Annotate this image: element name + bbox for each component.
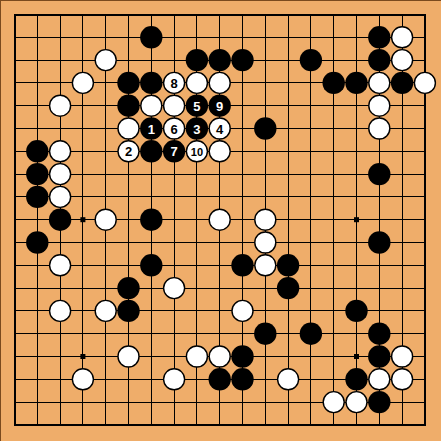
white-stone: [255, 209, 276, 230]
black-stone: [254, 117, 276, 139]
white-stone: [50, 300, 71, 321]
black-stone: [368, 391, 390, 413]
black-stone: [117, 300, 139, 322]
black-stone: [26, 231, 48, 253]
white-stone: [209, 141, 230, 162]
black-stone: [368, 231, 390, 253]
white-stone: [186, 346, 207, 367]
move-number: 3: [193, 122, 200, 137]
move-number: 10: [191, 146, 203, 158]
white-stone: [414, 72, 435, 93]
white-stone: [323, 392, 344, 413]
white-stone: [50, 95, 71, 116]
black-stone: [368, 26, 390, 48]
black-stone: [231, 254, 253, 276]
white-stone: [209, 72, 230, 93]
white-stone: [164, 369, 185, 390]
white-stone: [392, 50, 413, 71]
black-stone: [186, 49, 208, 71]
black-stone: [140, 140, 162, 162]
move-number: 8: [170, 76, 177, 91]
black-stone: [26, 163, 48, 185]
white-stone: [369, 95, 390, 116]
move-number: 9: [216, 99, 223, 114]
white-stone: [392, 27, 413, 48]
white-stone: [164, 278, 185, 299]
white-stone: [186, 72, 207, 93]
star-point: [80, 217, 85, 222]
go-board[interactable]: 12345678910: [0, 0, 441, 441]
black-stone: [140, 254, 162, 276]
move-number: 2: [125, 144, 132, 159]
white-stone: [278, 369, 299, 390]
black-stone: [368, 49, 390, 71]
black-stone: [391, 72, 413, 94]
black-stone: [209, 49, 231, 71]
white-stone: [118, 346, 139, 367]
white-stone: [50, 186, 71, 207]
star-point: [354, 354, 359, 359]
white-stone: [255, 232, 276, 253]
white-stone: [141, 95, 162, 116]
black-stone: [368, 323, 390, 345]
black-stone: [26, 186, 48, 208]
white-stone: [255, 255, 276, 276]
black-stone: [345, 300, 367, 322]
star-point: [354, 217, 359, 222]
black-stone: [117, 95, 139, 117]
white-stone: [95, 50, 116, 71]
black-stone: [231, 368, 253, 390]
white-stone: [369, 369, 390, 390]
black-stone: [368, 163, 390, 185]
black-stone: [277, 254, 299, 276]
white-stone: [232, 300, 253, 321]
black-stone: [231, 345, 253, 367]
black-stone: [140, 209, 162, 231]
white-stone: [209, 346, 230, 367]
white-stone: [50, 255, 71, 276]
move-number: 5: [193, 99, 200, 114]
white-stone: [72, 369, 93, 390]
white-stone: [209, 209, 230, 230]
black-stone: [231, 49, 253, 71]
black-stone: [140, 72, 162, 94]
move-number: 6: [170, 122, 177, 137]
white-stone: [369, 118, 390, 139]
move-number: 1: [148, 122, 155, 137]
black-stone: [300, 49, 322, 71]
black-stone: [26, 140, 48, 162]
white-stone: [369, 72, 390, 93]
white-stone: [50, 141, 71, 162]
white-stone: [72, 72, 93, 93]
white-stone: [392, 346, 413, 367]
white-stone: [95, 209, 116, 230]
black-stone: [209, 368, 231, 390]
move-number: 7: [170, 144, 177, 159]
white-stone: [50, 164, 71, 185]
white-stone: [164, 95, 185, 116]
black-stone: [49, 209, 71, 231]
black-stone: [323, 72, 345, 94]
black-stone: [140, 26, 162, 48]
black-stone: [254, 323, 276, 345]
black-stone: [368, 345, 390, 367]
white-stone: [346, 392, 367, 413]
move-number: 4: [216, 122, 224, 137]
white-stone: [118, 118, 139, 139]
black-stone: [345, 72, 367, 94]
white-stone: [392, 369, 413, 390]
black-stone: [277, 277, 299, 299]
go-board-grid[interactable]: 12345678910: [1, 1, 441, 441]
black-stone: [117, 72, 139, 94]
white-stone: [95, 300, 116, 321]
black-stone: [117, 277, 139, 299]
star-point: [80, 354, 85, 359]
black-stone: [300, 323, 322, 345]
black-stone: [345, 368, 367, 390]
